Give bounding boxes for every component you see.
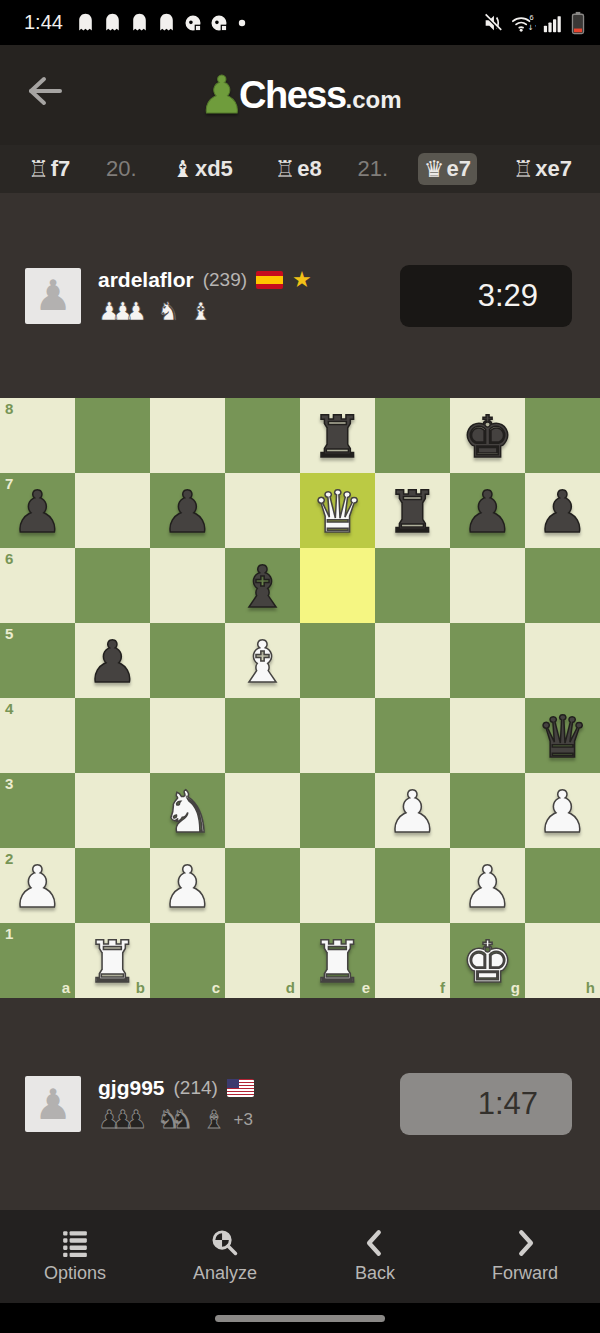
user-rating: (214) [174,1077,218,1099]
user-avatar[interactable]: ♟ [25,1076,81,1132]
square-f8[interactable] [375,398,450,473]
square-e7[interactable]: ♛ [300,473,375,548]
square-e6[interactable] [300,548,375,623]
piece-white-pawn: ♟ [150,848,225,923]
piece-black-pawn: ♟ [150,473,225,548]
square-f1[interactable]: f [375,923,450,998]
square-d2[interactable] [225,848,300,923]
white-move-piece-icon: ♛ [424,156,445,182]
square-b8[interactable] [75,398,150,473]
piece-white-pawn: ♟ [375,773,450,848]
black-move-piece-icon: ♖ [28,156,49,182]
piece-black-pawn: ♟ [0,473,75,548]
opponent-clock: 3:29 [400,265,572,327]
status-bar: 1:44 6↓↑ [0,0,600,45]
opponent-player-card: ♟ ardelaflor (239) ★ ♟♟♟♞♝ 3:29 [0,193,600,398]
move-xe7[interactable]: ♖xe7 [507,153,578,185]
game-app-icon [183,13,203,33]
piece-white-knight: ♞ [150,773,225,848]
star-icon: ★ [292,269,312,291]
captured-pieces-group: ♟♟♟ [98,1107,147,1132]
analyze-button[interactable]: Analyze [150,1210,300,1303]
mute-vibrate-icon [482,12,504,34]
square-a3[interactable]: 3 [0,773,75,848]
square-b6[interactable] [75,548,150,623]
chevron-right-icon [511,1229,539,1257]
file-label-f: f [440,979,445,996]
square-a1[interactable]: 1a [0,923,75,998]
android-gesture-bar [0,1303,600,1333]
logo-text: Chess [239,74,346,117]
square-g2[interactable]: ♟ [450,848,525,923]
rank-label-3: 3 [5,775,13,792]
square-f4[interactable] [375,698,450,773]
piece-white-bishop: ♝ [225,623,300,698]
square-d8[interactable] [225,398,300,473]
square-g1[interactable]: g♚ [450,923,525,998]
black-move-piece-icon: ♖ [275,156,296,182]
square-g5[interactable] [450,623,525,698]
captured-pieces-group: ♞ [157,299,179,324]
opponent-info: ardelaflor (239) ★ ♟♟♟♞♝ [98,268,312,324]
user-clock: 1:47 [400,1073,572,1135]
user-username[interactable]: gjg995 [98,1076,165,1100]
square-e8[interactable]: ♜ [300,398,375,473]
piece-white-rook: ♜ [300,923,375,998]
piece-black-rook: ♜ [300,398,375,473]
square-b5[interactable]: ♟ [75,623,150,698]
file-label-a: a [62,979,70,996]
captured-pieces-group: ♟♟♟ [98,299,147,324]
square-f6[interactable] [375,548,450,623]
analyze-label: Analyze [193,1263,257,1284]
app-header: ♟ Chess .com [0,45,600,145]
square-d1[interactable]: d [225,923,300,998]
move-xd5[interactable]: ♝xd5 [166,153,239,185]
white-move-piece-icon: ♝ [172,156,193,182]
square-g4[interactable] [450,698,525,773]
move-f7[interactable]: ♖f7 [22,153,76,185]
material-advantage: +3 [234,1107,253,1132]
piece-white-rook: ♜ [75,923,150,998]
options-list-icon [61,1229,89,1257]
svg-text:↓↑: ↓↑ [528,23,536,32]
square-c3[interactable]: ♞ [150,773,225,848]
square-f7[interactable]: ♜ [375,473,450,548]
captured-bottom: ♟♟♟♞♞♝+3 [98,1107,254,1132]
status-right-icons: 6↓↑ [482,11,586,35]
battery-low-icon [570,11,586,35]
square-c4[interactable] [150,698,225,773]
square-g6[interactable] [450,548,525,623]
captured-pieces-group: ♝ [190,299,212,324]
logo-pawn-icon: ♟ [198,69,245,121]
square-b1[interactable]: b♜ [75,923,150,998]
logo-suffix: .com [346,86,402,114]
signal-bars-icon [542,12,564,34]
piece-black-rook: ♜ [375,473,450,548]
file-label-h: h [586,979,595,996]
captured-top: ♟♟♟♞♝ [98,299,312,324]
notification-dot-icon [235,16,249,30]
square-a2[interactable]: 2♟ [0,848,75,923]
square-h1[interactable]: h [525,923,600,998]
wifi-6-icon: 6↓↑ [510,12,536,34]
rank-label-6: 6 [5,550,13,567]
black-move-piece-icon: ♖ [513,156,534,182]
spain-flag-icon [256,271,283,289]
square-d3[interactable] [225,773,300,848]
move-san: xd5 [195,156,233,182]
square-d7[interactable] [225,473,300,548]
square-e2[interactable] [300,848,375,923]
square-e4[interactable] [300,698,375,773]
square-g3[interactable] [450,773,525,848]
game-app-icon [209,13,229,33]
square-f5[interactable] [375,623,450,698]
move-number: 21. [357,156,388,182]
usa-flag-icon [227,1079,254,1097]
square-c8[interactable] [150,398,225,473]
square-d6[interactable]: ♝ [225,548,300,623]
chesscom-logo: ♟ Chess .com [198,69,401,121]
move-san: e8 [297,156,321,182]
status-time: 1:44 [24,11,63,34]
square-h3[interactable]: ♟ [525,773,600,848]
square-a5[interactable]: 5 [0,623,75,698]
rank-label-1: 1 [5,925,13,942]
chess-board: 8♜♚7♟♟♛♜♟♟6♝5♟♝4♛3♞♟♟2♟♟♟1ab♜cde♜fg♚h [0,398,600,998]
snapchat-ghost-icon [129,12,150,33]
piece-white-king: ♚ [450,923,525,998]
square-c6[interactable] [150,548,225,623]
square-c1[interactable]: c [150,923,225,998]
square-e1[interactable]: e♜ [300,923,375,998]
square-a8[interactable]: 8 [0,398,75,473]
captured-pieces-group: ♝ [203,1107,225,1132]
move-san: xe7 [535,156,572,182]
square-a6[interactable]: 6 [0,548,75,623]
options-button[interactable]: Options [0,1210,150,1303]
piece-black-bishop: ♝ [225,548,300,623]
forward-button[interactable]: Forward [450,1210,600,1303]
svg-text:6: 6 [529,13,533,22]
square-f2[interactable] [375,848,450,923]
user-player-card: ♟ gjg995 (214) ♟♟♟♞♞♝+3 1:47 [0,998,600,1210]
square-h8[interactable] [525,398,600,473]
home-indicator[interactable] [215,1315,385,1322]
square-g8[interactable]: ♚ [450,398,525,473]
square-c7[interactable]: ♟ [150,473,225,548]
move-list: ♖f720.♝xd5♖e821.♛e7♖xe7 [0,145,600,193]
piece-black-pawn: ♟ [75,623,150,698]
piece-white-queen: ♛ [300,473,375,548]
move-san: e7 [446,156,470,182]
square-a4[interactable]: 4 [0,698,75,773]
avatar-pawn-icon: ♟ [34,1080,72,1129]
avatar-pawn-icon: ♟ [34,271,72,320]
file-label-c: c [212,979,220,996]
square-b7[interactable] [75,473,150,548]
opponent-avatar[interactable]: ♟ [25,268,81,324]
square-b4[interactable] [75,698,150,773]
snapchat-ghost-icon [156,12,177,33]
square-h5[interactable] [525,623,600,698]
move-number: 20. [106,156,137,182]
square-h4[interactable]: ♛ [525,698,600,773]
analyze-magnifier-icon [211,1229,239,1257]
square-f3[interactable]: ♟ [375,773,450,848]
square-c2[interactable]: ♟ [150,848,225,923]
square-e5[interactable] [300,623,375,698]
bottom-nav: Options Analyze Back Forward [0,1210,600,1303]
square-c5[interactable] [150,623,225,698]
chevron-left-icon [361,1229,389,1257]
opponent-rating: (239) [203,269,247,291]
move-e7[interactable]: ♛e7 [418,153,477,185]
rank-label-5: 5 [5,625,13,642]
back-label: Back [355,1263,395,1284]
square-h6[interactable] [525,548,600,623]
square-d4[interactable] [225,698,300,773]
square-h2[interactable] [525,848,600,923]
forward-label: Forward [492,1263,558,1284]
user-info: gjg995 (214) ♟♟♟♞♞♝+3 [98,1076,254,1132]
piece-black-queen: ♛ [525,698,600,773]
square-b3[interactable] [75,773,150,848]
piece-white-pawn: ♟ [525,773,600,848]
file-label-d: d [286,979,295,996]
square-h7[interactable]: ♟ [525,473,600,548]
status-left-icons [75,12,249,33]
piece-white-pawn: ♟ [0,848,75,923]
back-arrow-icon[interactable] [26,75,64,111]
rank-label-8: 8 [5,400,13,417]
square-e3[interactable] [300,773,375,848]
piece-white-pawn: ♟ [450,848,525,923]
piece-black-pawn: ♟ [525,473,600,548]
piece-black-pawn: ♟ [450,473,525,548]
snapchat-ghost-icon [75,12,96,33]
square-g7[interactable]: ♟ [450,473,525,548]
snapchat-ghost-icon [102,12,123,33]
move-san: f7 [51,156,71,182]
rank-label-4: 4 [5,700,13,717]
back-button[interactable]: Back [300,1210,450,1303]
move-e8[interactable]: ♖e8 [269,153,328,185]
captured-pieces-group: ♞♞ [157,1107,193,1132]
options-label: Options [44,1263,106,1284]
opponent-username[interactable]: ardelaflor [98,268,194,292]
piece-black-king: ♚ [450,398,525,473]
square-d5[interactable]: ♝ [225,623,300,698]
square-a7[interactable]: 7♟ [0,473,75,548]
square-b2[interactable] [75,848,150,923]
